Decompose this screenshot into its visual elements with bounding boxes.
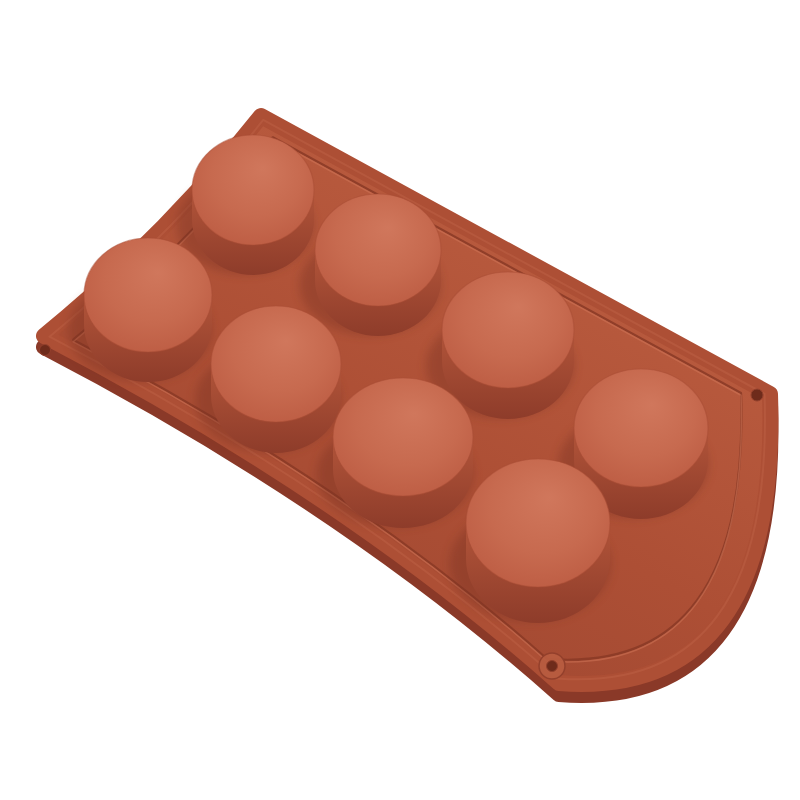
cavity-top-face bbox=[442, 272, 574, 388]
hole-icon bbox=[40, 345, 51, 356]
cavity-top-face bbox=[211, 306, 341, 422]
cavity-top-face bbox=[466, 459, 610, 587]
cavity-top-face bbox=[192, 135, 314, 245]
corner-hole-bottom bbox=[539, 653, 565, 679]
hole-icon bbox=[547, 661, 558, 672]
cavity-top-face bbox=[574, 369, 708, 487]
corner-hole-left bbox=[40, 345, 51, 356]
cavity-5 bbox=[68, 238, 212, 382]
cavity-top-face bbox=[84, 238, 212, 352]
cavity-1 bbox=[177, 135, 314, 275]
hole-icon bbox=[751, 389, 763, 401]
corner-hole-right bbox=[751, 389, 763, 401]
product-photo bbox=[0, 0, 800, 800]
mold-photo-canvas bbox=[0, 0, 800, 800]
cavity-top-face bbox=[315, 194, 441, 306]
cavity-top-face bbox=[333, 378, 473, 496]
